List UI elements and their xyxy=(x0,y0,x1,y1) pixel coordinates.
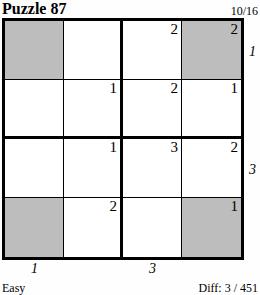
cell-r2c2[interactable]: 1 xyxy=(64,80,123,139)
col-label-3: 3 xyxy=(123,262,182,276)
cell-r3c2[interactable]: 1 xyxy=(64,139,123,198)
cell-r4c3[interactable] xyxy=(123,198,182,257)
cell-r1c4[interactable]: 2 xyxy=(182,21,241,80)
row-label-3: 3 xyxy=(249,163,256,177)
puzzle-board: 2212113221 xyxy=(2,18,244,260)
cell-r4c1[interactable] xyxy=(5,198,64,257)
corner-clue: 3 xyxy=(171,140,179,155)
row-label-1: 1 xyxy=(249,45,256,59)
cell-r4c4[interactable]: 1 xyxy=(182,198,241,257)
corner-clue: 1 xyxy=(110,140,118,155)
col-label-1: 1 xyxy=(5,262,64,276)
cell-r2c3[interactable]: 2 xyxy=(123,80,182,139)
corner-clue: 2 xyxy=(171,22,179,37)
corner-clue: 2 xyxy=(171,81,179,96)
diff-ratio: Diff: 3 / 451 xyxy=(199,281,258,295)
corner-clue: 2 xyxy=(231,140,239,155)
page-indicator: 10/16 xyxy=(231,4,258,19)
cell-r3c1[interactable] xyxy=(5,139,64,198)
puzzle-title: Puzzle 87 xyxy=(2,0,66,18)
puzzle-page: Puzzle 87 10/16 2212113221 Easy Diff: 3 … xyxy=(0,0,260,295)
cell-r2c1[interactable] xyxy=(5,80,64,139)
corner-clue: 1 xyxy=(110,81,118,96)
cell-r1c3[interactable]: 2 xyxy=(123,21,182,80)
difficulty-label: Easy xyxy=(2,281,25,295)
cell-r1c2[interactable] xyxy=(64,21,123,80)
cell-r3c3[interactable]: 3 xyxy=(123,139,182,198)
cell-r1c1[interactable] xyxy=(5,21,64,80)
corner-clue: 2 xyxy=(231,22,239,37)
cell-r4c2[interactable]: 2 xyxy=(64,198,123,257)
corner-clue: 1 xyxy=(231,199,239,214)
cell-r3c4[interactable]: 2 xyxy=(182,139,241,198)
cell-r2c4[interactable]: 1 xyxy=(182,80,241,139)
corner-clue: 2 xyxy=(110,199,118,214)
corner-clue: 1 xyxy=(231,81,239,96)
